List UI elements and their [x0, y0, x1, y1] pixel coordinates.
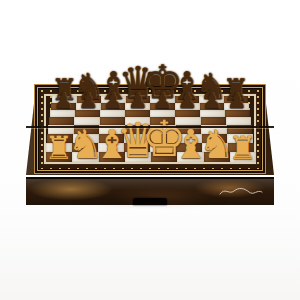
square-e7: ♟ — [150, 103, 175, 110]
square-a2 — [46, 143, 72, 153]
square-b7: ♟ — [76, 103, 101, 110]
square-h6 — [225, 110, 250, 118]
square-e6 — [150, 110, 175, 118]
fold-seam — [26, 126, 274, 128]
drop-shadow — [34, 198, 266, 210]
square-e5 — [150, 117, 175, 125]
square-g3 — [202, 134, 228, 143]
piece-black-rook: ♜ — [51, 75, 78, 105]
maker-signature — [218, 186, 264, 197]
rank-row-7: ♟♟♟♟♟♟♟♟ — [51, 103, 249, 110]
chess-box: ♜♞♝♛♚♝♞♜♟♟♟♟♟♟♟♟♜♞♝♛♚♝♞♜ — [26, 84, 274, 200]
square-f1: ♝ — [177, 152, 203, 162]
square-b5 — [74, 117, 99, 125]
square-b3 — [73, 134, 99, 143]
square-d1: ♛ — [125, 152, 151, 162]
rank-row-3 — [47, 134, 253, 143]
square-g1: ♞ — [204, 152, 230, 162]
square-c1: ♝ — [99, 152, 125, 162]
square-h2 — [228, 143, 254, 153]
square-a7: ♟ — [51, 103, 76, 110]
decorative-mosaic-border: ♜♞♝♛♚♝♞♜♟♟♟♟♟♟♟♟♜♞♝♛♚♝♞♜ — [37, 87, 263, 171]
square-f3 — [176, 134, 202, 143]
square-e1: ♚ — [151, 152, 177, 162]
square-b6 — [75, 110, 100, 118]
square-f7: ♟ — [175, 103, 200, 110]
rank-row-6 — [50, 110, 250, 118]
square-b2 — [72, 143, 98, 153]
square-d3 — [124, 134, 150, 143]
square-d5 — [125, 117, 150, 125]
square-d7: ♟ — [125, 103, 150, 110]
square-a5 — [49, 117, 74, 125]
square-c5 — [100, 117, 125, 125]
square-g7: ♟ — [200, 103, 225, 110]
square-f6 — [175, 110, 200, 118]
square-h7: ♟ — [224, 103, 249, 110]
square-a1: ♜ — [46, 152, 72, 162]
square-c3 — [99, 134, 125, 143]
square-a6 — [50, 110, 75, 118]
square-e2 — [150, 143, 176, 153]
board-top: ♜♞♝♛♚♝♞♜♟♟♟♟♟♟♟♟♜♞♝♛♚♝♞♜ — [26, 87, 274, 175]
rank-row-1: ♜♞♝♛♚♝♞♜ — [46, 152, 256, 162]
square-g2 — [202, 143, 228, 153]
product-photo-chess-set: ♜♞♝♛♚♝♞♜♟♟♟♟♟♟♟♟♜♞♝♛♚♝♞♜ — [0, 0, 300, 300]
square-d2 — [124, 143, 150, 153]
rank-row-2 — [46, 143, 254, 153]
square-f2 — [176, 143, 202, 153]
piece-black-rook: ♜ — [222, 75, 249, 105]
square-c7: ♟ — [101, 103, 126, 110]
square-h3 — [227, 134, 253, 143]
square-e3 — [150, 134, 176, 143]
square-b1: ♞ — [72, 152, 98, 162]
square-h5 — [226, 117, 251, 125]
square-f5 — [175, 117, 200, 125]
rank-row-5 — [49, 117, 251, 125]
square-g6 — [200, 110, 225, 118]
square-h1: ♜ — [230, 152, 256, 162]
square-g5 — [201, 117, 226, 125]
chess-board-grid: ♜♞♝♛♚♝♞♜♟♟♟♟♟♟♟♟♜♞♝♛♚♝♞♜ — [44, 94, 256, 164]
square-c2 — [98, 143, 124, 153]
square-a3 — [47, 134, 73, 143]
square-d6 — [125, 110, 150, 118]
square-c6 — [100, 110, 125, 118]
